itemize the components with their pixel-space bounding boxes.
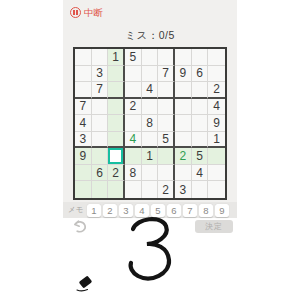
confirm-button[interactable]: 決定: [195, 220, 233, 233]
numpad-key-1[interactable]: 1: [87, 204, 101, 217]
numpad-key-2[interactable]: 2: [103, 204, 117, 217]
undo-arrow-icon: [71, 219, 88, 234]
cell-r7c7[interactable]: 2: [175, 148, 192, 165]
cell-r9c7[interactable]: 3: [175, 181, 192, 198]
cell-r2c1[interactable]: [75, 66, 92, 83]
pause-label: 中断: [84, 7, 103, 18]
cell-r3c1[interactable]: [75, 82, 92, 99]
cell-r3c9[interactable]: 2: [208, 82, 225, 99]
cell-r3c8[interactable]: [192, 82, 209, 99]
cell-r6c4[interactable]: 4: [125, 132, 142, 149]
cell-r4c3[interactable]: [108, 99, 125, 116]
cell-r6c6[interactable]: 5: [158, 132, 175, 149]
cell-r9c9[interactable]: [208, 181, 225, 198]
cell-r8c6[interactable]: [158, 165, 175, 182]
pause-icon: [70, 7, 81, 18]
cell-r1c9[interactable]: [208, 49, 225, 66]
cell-r6c9[interactable]: 1: [208, 132, 225, 149]
cell-r7c4[interactable]: [125, 148, 142, 165]
cell-r9c4[interactable]: [125, 181, 142, 198]
handwritten-digit-3: [118, 211, 182, 289]
cell-r3c4[interactable]: [125, 82, 142, 99]
cell-r1c5[interactable]: [142, 49, 159, 66]
screen: 中断 ミス：0/5 15379674272448934519125628423 …: [0, 0, 300, 300]
cell-r9c1[interactable]: [75, 181, 92, 198]
sudoku-board: 15379674272448934519125628423: [73, 47, 227, 200]
cell-r5c1[interactable]: 4: [75, 115, 92, 132]
cell-r3c2[interactable]: 7: [92, 82, 109, 99]
cell-r4c5[interactable]: [142, 99, 159, 116]
cell-r7c3[interactable]: [108, 148, 125, 165]
cell-r6c3[interactable]: [108, 132, 125, 149]
cell-r4c1[interactable]: 7: [75, 99, 92, 116]
cell-r1c4[interactable]: 5: [125, 49, 142, 66]
cell-r8c8[interactable]: 4: [192, 165, 209, 182]
cell-r2c3[interactable]: [108, 66, 125, 83]
cell-r1c8[interactable]: [192, 49, 209, 66]
cell-r7c8[interactable]: 5: [192, 148, 209, 165]
cell-r1c1[interactable]: [75, 49, 92, 66]
eraser-glyph: [74, 274, 96, 294]
cell-r7c9[interactable]: [208, 148, 225, 165]
numpad-key-7[interactable]: 7: [183, 204, 197, 217]
cell-r2c2[interactable]: 3: [92, 66, 109, 83]
cell-r6c2[interactable]: [92, 132, 109, 149]
cell-r7c1[interactable]: 9: [75, 148, 92, 165]
undo-button[interactable]: [71, 219, 88, 234]
cell-r3c5[interactable]: 4: [142, 82, 159, 99]
cell-r1c2[interactable]: [92, 49, 109, 66]
eraser-icon[interactable]: [74, 274, 96, 294]
cell-r9c5[interactable]: [142, 181, 159, 198]
cell-r7c2[interactable]: [92, 148, 109, 165]
cell-r5c9[interactable]: 9: [208, 115, 225, 132]
cell-r8c9[interactable]: [208, 165, 225, 182]
cell-r5c8[interactable]: [192, 115, 209, 132]
cell-r4c8[interactable]: [192, 99, 209, 116]
pause-button[interactable]: 中断: [70, 7, 103, 18]
cell-r9c3[interactable]: [108, 181, 125, 198]
numpad-key-9[interactable]: 9: [215, 204, 229, 217]
cell-r9c2[interactable]: [92, 181, 109, 198]
handwriting-area[interactable]: [118, 211, 182, 289]
mistake-counter: ミス：0/5: [63, 29, 237, 43]
cell-r2c4[interactable]: [125, 66, 142, 83]
cell-r3c3[interactable]: [108, 82, 125, 99]
cell-r4c6[interactable]: [158, 99, 175, 116]
cell-r4c2[interactable]: [92, 99, 109, 116]
cell-r1c3[interactable]: 1: [108, 49, 125, 66]
cell-r5c6[interactable]: [158, 115, 175, 132]
numpad-key-8[interactable]: 8: [199, 204, 213, 217]
game-panel: 中断 ミス：0/5 15379674272448934519125628423 …: [63, 0, 237, 218]
cell-r6c5[interactable]: [142, 132, 159, 149]
cell-r2c6[interactable]: 7: [158, 66, 175, 83]
cell-r8c4[interactable]: 8: [125, 165, 142, 182]
cell-r8c2[interactable]: 6: [92, 165, 109, 182]
cell-r4c7[interactable]: [175, 99, 192, 116]
cell-r2c8[interactable]: 6: [192, 66, 209, 83]
cell-r8c7[interactable]: [175, 165, 192, 182]
cell-r9c8[interactable]: [192, 181, 209, 198]
cell-r3c6[interactable]: [158, 82, 175, 99]
cell-r2c5[interactable]: [142, 66, 159, 83]
cell-r5c3[interactable]: [108, 115, 125, 132]
memo-toggle[interactable]: メモ: [68, 205, 85, 215]
cell-r9c6[interactable]: 2: [158, 181, 175, 198]
cell-r6c8[interactable]: [192, 132, 209, 149]
cell-r6c1[interactable]: 3: [75, 132, 92, 149]
cell-r4c4[interactable]: 2: [125, 99, 142, 116]
cell-r5c7[interactable]: [175, 115, 192, 132]
cell-r5c5[interactable]: 8: [142, 115, 159, 132]
cell-r5c2[interactable]: [92, 115, 109, 132]
cell-r2c7[interactable]: 9: [175, 66, 192, 83]
cell-r2c9[interactable]: [208, 66, 225, 83]
cell-r5c4[interactable]: [125, 115, 142, 132]
cell-r4c9[interactable]: 4: [208, 99, 225, 116]
cell-r7c5[interactable]: 1: [142, 148, 159, 165]
cell-r1c7[interactable]: [175, 49, 192, 66]
cell-r3c7[interactable]: [175, 82, 192, 99]
cell-r8c5[interactable]: [142, 165, 159, 182]
cell-r8c3[interactable]: 2: [108, 165, 125, 182]
cell-r7c6[interactable]: [158, 148, 175, 165]
cell-r8c1[interactable]: [75, 165, 92, 182]
cell-r1c6[interactable]: [158, 49, 175, 66]
cell-r6c7[interactable]: [175, 132, 192, 149]
